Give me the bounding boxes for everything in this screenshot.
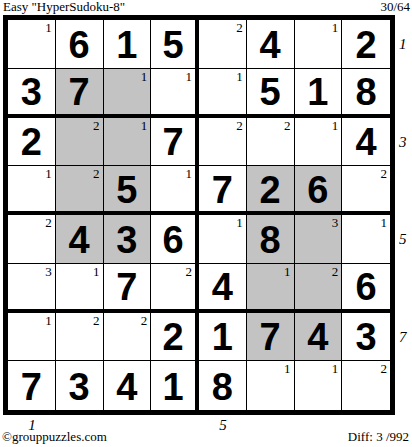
cell-r6c6[interactable]: 1 <box>247 264 295 313</box>
cell-r7c5[interactable]: 1 <box>199 313 247 362</box>
pencil-mark: 1 <box>332 21 339 34</box>
cell-r8c2[interactable]: 3 <box>56 361 104 410</box>
given-digit: 1 <box>307 73 328 111</box>
cell-r3c3[interactable]: 1 <box>104 118 152 167</box>
given-digit: 5 <box>116 171 137 209</box>
pencil-mark: 1 <box>236 70 243 83</box>
row-label-5: 5 <box>399 232 407 247</box>
cell-r6c3[interactable]: 7 <box>104 264 152 313</box>
cell-r1c5[interactable]: 2 <box>199 20 247 69</box>
cell-r6c4[interactable]: 2 <box>151 264 199 313</box>
pencil-mark: 2 <box>284 119 291 132</box>
given-digit: 7 <box>163 123 184 161</box>
pencil-mark: 1 <box>284 265 291 278</box>
cell-r8c7[interactable]: 1 <box>295 361 343 410</box>
footer-difficulty: Diff: 3 /992 <box>348 430 412 444</box>
given-digit: 6 <box>69 26 90 64</box>
pencil-mark: 2 <box>332 265 339 278</box>
cell-r3c6[interactable]: 2 <box>247 118 295 167</box>
cell-r7c8[interactable]: 3 <box>342 313 390 362</box>
puzzle-title: Easy "HyperSudoku-8" <box>0 0 125 14</box>
cell-r2c8[interactable]: 8 <box>342 69 390 118</box>
pencil-mark: 2 <box>141 314 148 327</box>
pencil-mark: 1 <box>141 119 148 132</box>
cell-r5c3[interactable]: 3 <box>104 215 152 264</box>
given-digit: 4 <box>212 268 233 306</box>
cell-r7c4[interactable]: 2 <box>151 313 199 362</box>
cell-r2c7[interactable]: 1 <box>295 69 343 118</box>
given-digit: 3 <box>356 318 377 356</box>
pencil-mark: 3 <box>45 265 52 278</box>
pencil-mark: 1 <box>45 21 52 34</box>
given-digit: 5 <box>163 26 184 64</box>
given-digit: 1 <box>163 368 184 406</box>
pencil-mark: 2 <box>93 167 100 180</box>
pencil-mark: 2 <box>236 119 243 132</box>
given-digit: 7 <box>260 318 281 356</box>
header: Easy "HyperSudoku-8" 30/64 <box>0 0 412 14</box>
pencil-mark: 2 <box>381 362 388 375</box>
given-digit: 4 <box>307 318 328 356</box>
given-digit: 7 <box>21 368 42 406</box>
cell-r4c3[interactable]: 5 <box>104 166 152 215</box>
cell-r6c2[interactable]: 1 <box>56 264 104 313</box>
cell-r8c4[interactable]: 1 <box>151 361 199 410</box>
cell-r7c1[interactable]: 1 <box>8 313 56 362</box>
given-digit: 1 <box>212 318 233 356</box>
footer: ©grouppuzzles.com Diff: 3 /992 <box>0 430 412 446</box>
given-digit: 6 <box>307 171 328 209</box>
given-digit: 2 <box>163 318 184 356</box>
pencil-mark: 1 <box>236 216 243 229</box>
cell-r8c1[interactable]: 7 <box>8 361 56 410</box>
given-digit: 2 <box>356 26 377 64</box>
cell-r1c1[interactable]: 1 <box>8 20 56 69</box>
cell-r4c6[interactable]: 2 <box>247 166 295 215</box>
pencil-mark: 2 <box>93 314 100 327</box>
cell-r5c5[interactable]: 1 <box>199 215 247 264</box>
row-label-7: 7 <box>399 329 407 344</box>
given-digit: 2 <box>260 171 281 209</box>
cell-r6c7[interactable]: 2 <box>295 264 343 313</box>
pencil-mark: 2 <box>236 21 243 34</box>
cell-r1c6[interactable]: 4 <box>247 20 295 69</box>
board: 1615241237111518221722141251726224361831… <box>3 15 395 415</box>
cell-r7c2[interactable]: 2 <box>56 313 104 362</box>
given-digit: 8 <box>212 368 233 406</box>
cell-r2c4[interactable]: 1 <box>151 69 199 118</box>
cell-r5c4[interactable]: 6 <box>151 215 199 264</box>
given-digit: 1 <box>116 26 137 64</box>
cell-r4c7[interactable]: 6 <box>295 166 343 215</box>
cell-r7c7[interactable]: 4 <box>295 313 343 362</box>
given-digit: 7 <box>212 171 233 209</box>
cell-r2c2[interactable]: 7 <box>56 69 104 118</box>
pencil-mark: 1 <box>284 362 291 375</box>
cell-r4c4[interactable]: 1 <box>151 166 199 215</box>
pencil-mark: 2 <box>93 119 100 132</box>
pencil-mark: 2 <box>45 216 52 229</box>
given-digit: 4 <box>116 368 137 406</box>
footer-copyright: ©grouppuzzles.com <box>0 430 107 444</box>
cell-r3c2[interactable]: 2 <box>56 118 104 167</box>
pencil-mark: 1 <box>186 167 193 180</box>
given-digit: 5 <box>260 73 281 111</box>
cell-r5c1[interactable]: 2 <box>8 215 56 264</box>
cell-r6c1[interactable]: 3 <box>8 264 56 313</box>
given-digit: 4 <box>356 123 377 161</box>
pencil-mark: 2 <box>186 265 193 278</box>
given-digit: 6 <box>163 221 184 259</box>
pencil-mark: 1 <box>141 70 148 83</box>
puzzle-counter: 30/64 <box>380 0 412 14</box>
cell-r3c5[interactable]: 2 <box>199 118 247 167</box>
cell-r4c5[interactable]: 7 <box>199 166 247 215</box>
cell-r5c6[interactable]: 8 <box>247 215 295 264</box>
cell-r1c8[interactable]: 2 <box>342 20 390 69</box>
cell-r5c8[interactable]: 1 <box>342 215 390 264</box>
given-digit: 7 <box>69 73 90 111</box>
cell-r1c7[interactable]: 1 <box>295 20 343 69</box>
cell-r5c7[interactable]: 3 <box>295 215 343 264</box>
pencil-mark: 1 <box>332 119 339 132</box>
cell-r3c8[interactable]: 4 <box>342 118 390 167</box>
cell-r2c1[interactable]: 3 <box>8 69 56 118</box>
cell-r7c6[interactable]: 7 <box>247 313 295 362</box>
given-digit: 8 <box>356 73 377 111</box>
cell-r1c2[interactable]: 6 <box>56 20 104 69</box>
cell-r8c3[interactable]: 4 <box>104 361 152 410</box>
pencil-mark: 1 <box>45 167 52 180</box>
cell-r4c8[interactable]: 2 <box>342 166 390 215</box>
cell-r3c1[interactable]: 2 <box>8 118 56 167</box>
pencil-mark: 2 <box>381 167 388 180</box>
given-digit: 3 <box>21 73 42 111</box>
cell-r1c3[interactable]: 1 <box>104 20 152 69</box>
pencil-mark: 1 <box>332 362 339 375</box>
row-label-1: 1 <box>399 37 407 52</box>
cell-r3c7[interactable]: 1 <box>295 118 343 167</box>
cell-r6c5[interactable]: 4 <box>199 264 247 313</box>
given-digit: 2 <box>21 123 42 161</box>
cell-r8c8[interactable]: 2 <box>342 361 390 410</box>
cell-r2c6[interactable]: 5 <box>247 69 295 118</box>
cell-r8c5[interactable]: 8 <box>199 361 247 410</box>
cell-r8c6[interactable]: 1 <box>247 361 295 410</box>
given-digit: 6 <box>356 268 377 306</box>
given-digit: 3 <box>116 221 137 259</box>
given-digit: 8 <box>260 221 281 259</box>
cell-r7c3[interactable]: 2 <box>104 313 152 362</box>
row-label-3: 3 <box>399 134 407 149</box>
cell-r2c3[interactable]: 1 <box>104 69 152 118</box>
cell-r4c2[interactable]: 2 <box>56 166 104 215</box>
pencil-mark: 1 <box>45 314 52 327</box>
given-digit: 7 <box>116 268 137 306</box>
pencil-mark: 1 <box>381 216 388 229</box>
cell-r6c8[interactable]: 6 <box>342 264 390 313</box>
cell-r5c2[interactable]: 4 <box>56 215 104 264</box>
cell-r4c1[interactable]: 1 <box>8 166 56 215</box>
pencil-mark: 3 <box>332 216 339 229</box>
cell-r3c4[interactable]: 7 <box>151 118 199 167</box>
given-digit: 4 <box>260 26 281 64</box>
pencil-mark: 1 <box>93 265 100 278</box>
cell-r1c4[interactable]: 5 <box>151 20 199 69</box>
given-digit: 4 <box>69 221 90 259</box>
pencil-mark: 1 <box>186 70 193 83</box>
given-digit: 3 <box>69 368 90 406</box>
cell-r2c5[interactable]: 1 <box>199 69 247 118</box>
